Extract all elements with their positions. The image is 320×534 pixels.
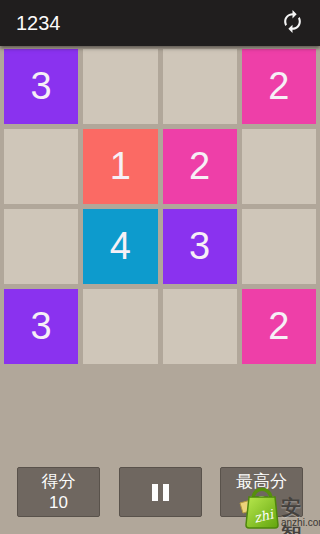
- title-bar: 1234: [0, 0, 320, 46]
- tile-3-r2c2: 3: [163, 209, 237, 284]
- pause-icon: [152, 484, 169, 501]
- app-screen: 1234 32124332 得分 10 最高分 120: [0, 0, 320, 534]
- tile-1-r1c1: 1: [83, 129, 157, 204]
- game-board[interactable]: 32124332: [0, 46, 320, 368]
- app-title: 1234: [16, 0, 61, 46]
- empty-cell-r3c2: [163, 289, 237, 364]
- tile-value: 2: [268, 305, 289, 348]
- best-score-label: 最高分: [236, 471, 287, 492]
- empty-cell-r3c1: [83, 289, 157, 364]
- tile-value: 3: [31, 305, 52, 348]
- best-score-value: 120: [247, 492, 275, 513]
- empty-cell-r2c0: [4, 209, 78, 284]
- score-value: 10: [49, 492, 68, 513]
- tile-value: 3: [31, 65, 52, 108]
- empty-cell-r0c2: [163, 49, 237, 124]
- anzhi-domain-text: anzhi.com: [281, 517, 320, 528]
- tile-value: 2: [268, 65, 289, 108]
- tile-value: 1: [110, 145, 131, 188]
- tile-4-r2c1: 4: [83, 209, 157, 284]
- refresh-icon: [280, 9, 305, 37]
- tile-value: 2: [189, 145, 210, 188]
- empty-cell-r1c3: [242, 129, 316, 204]
- tile-2-r3c3: 2: [242, 289, 316, 364]
- score-label: 得分: [42, 471, 76, 492]
- empty-cell-r0c1: [83, 49, 157, 124]
- tile-2-r0c3: 2: [242, 49, 316, 124]
- tile-value: 3: [189, 225, 210, 268]
- tile-3-r0c0: 3: [4, 49, 78, 124]
- best-score-button[interactable]: 最高分 120: [220, 467, 303, 517]
- pause-button[interactable]: [119, 467, 202, 517]
- refresh-button[interactable]: [270, 0, 314, 46]
- empty-cell-r2c3: [242, 209, 316, 284]
- tile-value: 4: [110, 225, 131, 268]
- score-button[interactable]: 得分 10: [17, 467, 100, 517]
- empty-cell-r1c0: [4, 129, 78, 204]
- tile-2-r1c2: 2: [163, 129, 237, 204]
- footer-bar: 得分 10 最高分 120: [0, 467, 320, 517]
- tile-3-r3c0: 3: [4, 289, 78, 364]
